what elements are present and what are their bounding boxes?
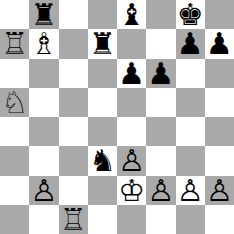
white-pawn: ♙	[206, 176, 233, 205]
square-g4[interactable]	[176, 117, 205, 146]
white-rook: ♖	[60, 205, 87, 234]
square-c5[interactable]	[59, 88, 88, 117]
black-rook: ♜	[30, 0, 57, 29]
square-c4[interactable]	[59, 117, 88, 146]
square-b5[interactable]	[29, 88, 58, 117]
square-e6[interactable]: ♟	[117, 59, 146, 88]
white-rook: ♖	[1, 29, 28, 58]
square-b2[interactable]: ♙	[29, 176, 58, 205]
square-d6[interactable]	[88, 59, 117, 88]
square-c6[interactable]	[59, 59, 88, 88]
black-pawn: ♟	[147, 59, 174, 88]
square-d2[interactable]	[88, 176, 117, 205]
square-d3[interactable]: ♞	[88, 146, 117, 175]
black-king: ♚	[177, 0, 204, 29]
white-knight: ♘	[1, 88, 28, 117]
square-f3[interactable]	[146, 146, 175, 175]
square-g5[interactable]	[176, 88, 205, 117]
square-f1[interactable]	[146, 205, 175, 234]
square-a2[interactable]	[0, 176, 29, 205]
square-g7[interactable]: ♟	[176, 29, 205, 58]
square-g1[interactable]	[176, 205, 205, 234]
square-g3[interactable]	[176, 146, 205, 175]
square-f7[interactable]	[146, 29, 175, 58]
square-b1[interactable]	[29, 205, 58, 234]
square-a5[interactable]: ♘	[0, 88, 29, 117]
square-h1[interactable]	[205, 205, 234, 234]
square-a4[interactable]	[0, 117, 29, 146]
square-d1[interactable]	[88, 205, 117, 234]
square-b3[interactable]	[29, 146, 58, 175]
black-bishop: ♝	[118, 0, 145, 29]
square-h2[interactable]: ♙	[205, 176, 234, 205]
black-pawn: ♟	[206, 29, 233, 58]
square-g8[interactable]: ♚	[176, 0, 205, 29]
black-pawn: ♟	[177, 29, 204, 58]
white-bishop: ♗	[30, 29, 57, 58]
square-e3[interactable]: ♙	[117, 146, 146, 175]
chess-board: ♜♝♚♖♗♜♟♟♟♟♘♞♙♙♔♙♙♙♖	[0, 0, 234, 234]
square-b8[interactable]: ♜	[29, 0, 58, 29]
square-d4[interactable]	[88, 117, 117, 146]
square-a8[interactable]	[0, 0, 29, 29]
square-e4[interactable]	[117, 117, 146, 146]
square-e8[interactable]: ♝	[117, 0, 146, 29]
square-h3[interactable]	[205, 146, 234, 175]
square-f8[interactable]	[146, 0, 175, 29]
square-a1[interactable]	[0, 205, 29, 234]
black-rook: ♜	[89, 29, 116, 58]
white-pawn: ♙	[147, 176, 174, 205]
square-e2[interactable]: ♔	[117, 176, 146, 205]
square-d7[interactable]: ♜	[88, 29, 117, 58]
square-f5[interactable]	[146, 88, 175, 117]
square-e5[interactable]	[117, 88, 146, 117]
square-h5[interactable]	[205, 88, 234, 117]
white-pawn: ♙	[118, 146, 145, 175]
white-king: ♔	[118, 176, 145, 205]
square-h6[interactable]	[205, 59, 234, 88]
square-c1[interactable]: ♖	[59, 205, 88, 234]
square-b6[interactable]	[29, 59, 58, 88]
square-f6[interactable]: ♟	[146, 59, 175, 88]
square-g2[interactable]: ♙	[176, 176, 205, 205]
square-f4[interactable]	[146, 117, 175, 146]
square-h7[interactable]: ♟	[205, 29, 234, 58]
square-c2[interactable]	[59, 176, 88, 205]
square-a6[interactable]	[0, 59, 29, 88]
square-c8[interactable]	[59, 0, 88, 29]
square-h8[interactable]	[205, 0, 234, 29]
square-c7[interactable]	[59, 29, 88, 58]
square-h4[interactable]	[205, 117, 234, 146]
white-pawn: ♙	[177, 176, 204, 205]
square-g6[interactable]	[176, 59, 205, 88]
square-e7[interactable]	[117, 29, 146, 58]
white-pawn: ♙	[30, 176, 57, 205]
black-pawn: ♟	[118, 59, 145, 88]
square-c3[interactable]	[59, 146, 88, 175]
square-f2[interactable]: ♙	[146, 176, 175, 205]
square-d8[interactable]	[88, 0, 117, 29]
square-e1[interactable]	[117, 205, 146, 234]
square-a3[interactable]	[0, 146, 29, 175]
square-b4[interactable]	[29, 117, 58, 146]
square-d5[interactable]	[88, 88, 117, 117]
square-a7[interactable]: ♖	[0, 29, 29, 58]
black-knight: ♞	[89, 146, 116, 175]
square-b7[interactable]: ♗	[29, 29, 58, 58]
